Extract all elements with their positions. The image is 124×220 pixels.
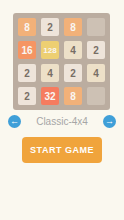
- tile-2: 2: [18, 87, 36, 105]
- mode-label: Classic-4x4: [36, 116, 88, 127]
- tile-8: 8: [18, 18, 36, 36]
- tile-4: 4: [64, 41, 82, 59]
- empty-cell: [87, 87, 105, 105]
- tile-2: 2: [41, 18, 59, 36]
- tile-8: 8: [64, 87, 82, 105]
- prev-mode-button[interactable]: ←: [8, 115, 21, 128]
- tile-8: 8: [64, 18, 82, 36]
- board-2048: 828161284224242328: [13, 13, 110, 110]
- tile-4: 4: [87, 64, 105, 82]
- tile-16: 16: [18, 41, 36, 59]
- tile-32: 32: [41, 87, 59, 105]
- tile-4: 4: [41, 64, 59, 82]
- game-setup-screen: 828161284224242328 ← Classic-4x4 → START…: [0, 0, 124, 220]
- empty-cell: [87, 18, 105, 36]
- start-game-button[interactable]: START GAME: [22, 137, 102, 163]
- mode-selector: ← Classic-4x4 →: [0, 114, 124, 129]
- tile-2: 2: [18, 64, 36, 82]
- next-mode-button[interactable]: →: [103, 115, 116, 128]
- tile-2: 2: [87, 41, 105, 59]
- arrow-right-icon: →: [105, 115, 114, 128]
- arrow-left-icon: ←: [10, 115, 19, 128]
- tile-2: 2: [64, 64, 82, 82]
- tile-128: 128: [41, 41, 59, 59]
